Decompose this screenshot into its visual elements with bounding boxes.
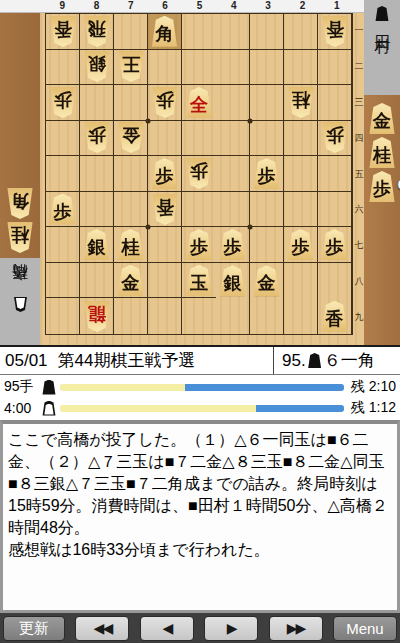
square-4三[interactable] bbox=[216, 85, 250, 121]
rank-label: 七 bbox=[354, 228, 364, 264]
square-5七[interactable]: 歩 bbox=[182, 227, 216, 263]
square-8七[interactable]: 銀 bbox=[80, 227, 114, 263]
rank-labels: 一二三四五六七八九 bbox=[354, 13, 364, 335]
square-1九[interactable]: 香 bbox=[318, 298, 352, 334]
square-2三[interactable]: 桂 bbox=[284, 85, 318, 121]
square-1六[interactable] bbox=[318, 192, 352, 228]
square-8六[interactable] bbox=[80, 192, 114, 228]
square-7五[interactable] bbox=[114, 156, 148, 192]
navigation-bar: 更新 ◀◀ ◀ ▶ ▶▶ Menu bbox=[0, 613, 400, 643]
black-piece-icon bbox=[42, 380, 56, 395]
gote-player-name-block: 高橋 bbox=[10, 291, 31, 312]
shogi-piece-歩[interactable]: 歩 bbox=[185, 229, 213, 260]
hand-piece-金[interactable]: 金 bbox=[368, 103, 396, 134]
square-2八[interactable] bbox=[284, 263, 318, 299]
square-7七[interactable]: 桂 bbox=[114, 227, 148, 263]
gote-panel: 角桂 高橋 bbox=[0, 13, 40, 345]
square-1二[interactable] bbox=[318, 50, 352, 86]
rank-label: 九 bbox=[354, 299, 364, 335]
square-8八[interactable] bbox=[80, 263, 114, 299]
square-2七[interactable]: 歩 bbox=[284, 227, 318, 263]
square-8二[interactable]: 銀 bbox=[80, 50, 114, 86]
square-5二[interactable] bbox=[182, 50, 216, 86]
square-6四[interactable] bbox=[148, 121, 182, 157]
hand-piece-歩[interactable]: 歩6 bbox=[368, 171, 396, 202]
shogi-piece-歩[interactable]: 歩 bbox=[49, 194, 77, 225]
file-label-strip: 987654321 bbox=[0, 0, 364, 13]
square-5三[interactable]: 全 bbox=[182, 85, 216, 121]
white-piece-icon bbox=[42, 401, 56, 416]
square-8五[interactable] bbox=[80, 156, 114, 192]
square-5一[interactable] bbox=[182, 14, 216, 50]
square-5五[interactable]: 歩 bbox=[182, 156, 216, 192]
shogi-piece-香[interactable]: 香 bbox=[49, 16, 77, 47]
shogi-piece-歩[interactable]: 歩 bbox=[83, 122, 111, 153]
shogi-piece-香[interactable]: 香 bbox=[151, 194, 179, 225]
square-6八[interactable] bbox=[148, 263, 182, 299]
shogi-piece-香[interactable]: 香 bbox=[321, 16, 349, 47]
black-time-row: 95手 残 2:10 bbox=[0, 377, 400, 397]
shogi-piece-歩[interactable]: 歩 bbox=[321, 229, 349, 260]
shogi-app: 987654321 角桂 高橋 香飛角香銀王歩歩全桂歩金歩歩歩歩歩香銀桂歩歩歩歩… bbox=[0, 0, 400, 643]
rank-label: 一 bbox=[354, 13, 364, 49]
rank-label: 二 bbox=[354, 49, 364, 85]
hand-piece-桂[interactable]: 桂 bbox=[368, 137, 396, 168]
shogi-piece-歩[interactable]: 歩 bbox=[321, 122, 349, 153]
commentary-text: ここで高橋が投了した。（１）△６一同玉は■６二金、（２）△７三玉は■７二金△８三… bbox=[3, 424, 397, 566]
gote-player-area: 高橋 bbox=[0, 258, 40, 345]
game-date: 05/01 bbox=[5, 351, 48, 371]
square-7三[interactable] bbox=[114, 85, 148, 121]
move-number: 95. bbox=[282, 351, 306, 371]
square-6二[interactable] bbox=[148, 50, 182, 86]
move-text: ６一角 bbox=[324, 349, 375, 372]
time-consumed-segment bbox=[60, 384, 185, 391]
square-3八[interactable]: 金 bbox=[250, 263, 284, 299]
rank-label: 五 bbox=[354, 156, 364, 192]
square-7四[interactable]: 金 bbox=[114, 121, 148, 157]
shogi-board: 香飛角香銀王歩歩全桂歩金歩歩歩歩歩香銀桂歩歩歩歩金玉銀金龍香 一二三四五六七八九 bbox=[40, 13, 364, 345]
square-7六[interactable] bbox=[114, 192, 148, 228]
square-4七[interactable]: 歩 bbox=[216, 227, 250, 263]
menu-button[interactable]: Menu bbox=[333, 616, 397, 641]
black-piece-icon bbox=[308, 353, 322, 368]
time-bar bbox=[60, 405, 344, 412]
square-5九[interactable] bbox=[182, 298, 216, 334]
sente-player-area: 田村 bbox=[364, 0, 400, 95]
square-4五[interactable] bbox=[216, 156, 250, 192]
square-4四[interactable] bbox=[216, 121, 250, 157]
white-piece-icon bbox=[13, 297, 27, 312]
shogi-piece-香[interactable]: 香 bbox=[321, 301, 349, 332]
shogi-piece-金[interactable]: 金 bbox=[117, 265, 145, 296]
event-name: 第44期棋王戦予選 bbox=[58, 349, 196, 372]
shogi-piece-龍[interactable]: 龍 bbox=[83, 301, 111, 332]
hand-piece-桂[interactable]: 桂 bbox=[6, 222, 34, 253]
square-3一[interactable] bbox=[250, 14, 284, 50]
square-7九[interactable] bbox=[114, 298, 148, 334]
black-piece-icon bbox=[375, 6, 389, 21]
file-label: 2 bbox=[285, 0, 319, 13]
rank-label: 四 bbox=[354, 120, 364, 156]
square-1三[interactable] bbox=[318, 85, 352, 121]
square-2二[interactable] bbox=[284, 50, 318, 86]
square-6七[interactable] bbox=[148, 227, 182, 263]
shogi-piece-銀[interactable]: 銀 bbox=[83, 51, 111, 82]
square-9一[interactable]: 香 bbox=[46, 14, 80, 50]
sente-panel: 田村 金桂歩6 bbox=[364, 0, 400, 345]
square-2四[interactable] bbox=[284, 121, 318, 157]
square-4六[interactable] bbox=[216, 192, 250, 228]
first-move-button[interactable]: ◀◀ bbox=[75, 616, 129, 641]
game-info-bar: 05/01 第44期棋王戦予選 95. ６一角 bbox=[0, 345, 400, 375]
square-3四[interactable] bbox=[250, 121, 284, 157]
file-label: 6 bbox=[148, 0, 182, 13]
square-5八[interactable]: 玉 bbox=[182, 263, 216, 299]
shogi-piece-飛[interactable]: 飛 bbox=[83, 16, 111, 47]
gote-captured-tray: 角桂 bbox=[0, 13, 40, 258]
rank-label: 三 bbox=[354, 85, 364, 121]
shogi-piece-歩[interactable]: 歩 bbox=[287, 229, 315, 260]
black-remaining-time: 残 2:10 bbox=[344, 378, 400, 396]
square-3六[interactable] bbox=[250, 192, 284, 228]
shogi-piece-歩[interactable]: 歩 bbox=[151, 158, 179, 189]
shogi-piece-銀[interactable]: 銀 bbox=[83, 229, 111, 260]
square-9八[interactable] bbox=[46, 263, 80, 299]
square-4九[interactable] bbox=[216, 298, 250, 334]
square-2六[interactable] bbox=[284, 192, 318, 228]
file-label: 4 bbox=[217, 0, 251, 13]
square-4一[interactable] bbox=[216, 14, 250, 50]
gote-player-name: 高橋 bbox=[10, 291, 31, 295]
total-time-label: 4:00 bbox=[0, 400, 38, 416]
event-info: 05/01 第44期棋王戦予選 bbox=[0, 349, 273, 372]
square-7八[interactable]: 金 bbox=[114, 263, 148, 299]
square-1一[interactable]: 香 bbox=[318, 14, 352, 50]
shogi-piece-歩[interactable]: 歩 bbox=[49, 87, 77, 118]
time-bar bbox=[60, 384, 344, 391]
time-remaining-segment bbox=[185, 384, 344, 391]
square-2一[interactable] bbox=[284, 14, 318, 50]
sente-player-name-block: 田村 bbox=[372, 6, 393, 27]
square-1四[interactable]: 歩 bbox=[318, 121, 352, 157]
file-label: 1 bbox=[320, 0, 354, 13]
square-3七[interactable] bbox=[250, 227, 284, 263]
square-8一[interactable]: 飛 bbox=[80, 14, 114, 50]
square-9二[interactable] bbox=[46, 50, 80, 86]
square-1八[interactable] bbox=[318, 263, 352, 299]
prev-move-button[interactable]: ◀ bbox=[140, 616, 194, 641]
square-1五[interactable] bbox=[318, 156, 352, 192]
update-button[interactable]: 更新 bbox=[3, 616, 65, 641]
square-8四[interactable]: 歩 bbox=[80, 121, 114, 157]
sente-captured-tray: 金桂歩6 bbox=[364, 95, 400, 345]
shogi-piece-金[interactable]: 金 bbox=[117, 122, 145, 153]
square-9七[interactable] bbox=[46, 227, 80, 263]
shogi-piece-角[interactable]: 角 bbox=[151, 16, 179, 47]
square-3二[interactable] bbox=[250, 50, 284, 86]
square-6一[interactable]: 角 bbox=[148, 14, 182, 50]
square-9五[interactable] bbox=[46, 156, 80, 192]
file-label: 5 bbox=[182, 0, 216, 13]
next-move-button[interactable]: ▶ bbox=[204, 616, 258, 641]
shogi-piece-歩[interactable]: 歩 bbox=[253, 158, 281, 189]
shogi-piece-歩[interactable]: 歩 bbox=[219, 229, 247, 260]
square-3九[interactable] bbox=[250, 298, 284, 334]
square-4八[interactable]: 銀 bbox=[216, 263, 250, 299]
shogi-piece-王[interactable]: 王 bbox=[117, 51, 145, 82]
square-7一[interactable] bbox=[114, 14, 148, 50]
square-9九[interactable] bbox=[46, 298, 80, 334]
square-7二[interactable]: 王 bbox=[114, 50, 148, 86]
square-9六[interactable]: 歩 bbox=[46, 192, 80, 228]
square-6五[interactable]: 歩 bbox=[148, 156, 182, 192]
shogi-piece-金[interactable]: 金 bbox=[253, 265, 281, 296]
square-4二[interactable] bbox=[216, 50, 250, 86]
rank-label: 八 bbox=[354, 263, 364, 299]
shogi-piece-歩[interactable]: 歩 bbox=[151, 87, 179, 118]
file-label: 3 bbox=[251, 0, 285, 13]
square-3三[interactable] bbox=[250, 85, 284, 121]
square-2九[interactable] bbox=[284, 298, 318, 334]
file-label: 8 bbox=[79, 0, 113, 13]
rank-label: 六 bbox=[354, 192, 364, 228]
square-5四[interactable] bbox=[182, 121, 216, 157]
sente-player-name: 田村 bbox=[372, 23, 393, 27]
square-8三[interactable] bbox=[80, 85, 114, 121]
shogi-piece-桂[interactable]: 桂 bbox=[287, 87, 315, 118]
square-5六[interactable] bbox=[182, 192, 216, 228]
time-panel: 95手 残 2:10 4:00 残 1:12 bbox=[0, 375, 400, 420]
move-count-label: 95手 bbox=[0, 378, 38, 396]
shogi-piece-玉[interactable]: 玉 bbox=[185, 265, 213, 296]
last-move-button[interactable]: ▶▶ bbox=[269, 616, 323, 641]
white-remaining-time: 残 1:12 bbox=[344, 399, 400, 417]
file-label: 9 bbox=[45, 0, 79, 13]
square-8九[interactable]: 龍 bbox=[80, 298, 114, 334]
time-remaining-segment bbox=[256, 405, 344, 412]
square-6三[interactable]: 歩 bbox=[148, 85, 182, 121]
time-consumed-segment bbox=[60, 405, 256, 412]
file-label: 7 bbox=[114, 0, 148, 13]
shogi-piece-銀[interactable]: 銀 bbox=[219, 265, 247, 296]
square-3五[interactable]: 歩 bbox=[250, 156, 284, 192]
shogi-piece-桂[interactable]: 桂 bbox=[117, 229, 145, 260]
shogi-piece-歩[interactable]: 歩 bbox=[185, 158, 213, 189]
commentary-panel: ここで高橋が投了した。（１）△６一同玉は■６二金、（２）△７三玉は■７二金△８三… bbox=[0, 420, 400, 613]
last-move-display: 95. ６一角 bbox=[273, 347, 400, 374]
square-9四[interactable] bbox=[46, 121, 80, 157]
square-1七[interactable]: 歩 bbox=[318, 227, 352, 263]
square-9三[interactable]: 歩 bbox=[46, 85, 80, 121]
white-time-row: 4:00 残 1:12 bbox=[0, 398, 400, 418]
board-grid: 香飛角香銀王歩歩全桂歩金歩歩歩歩歩香銀桂歩歩歩歩金玉銀金龍香 bbox=[45, 13, 353, 335]
square-2五[interactable] bbox=[284, 156, 318, 192]
shogi-piece-全[interactable]: 全 bbox=[185, 87, 213, 118]
file-labels: 987654321 bbox=[45, 0, 354, 13]
square-6九[interactable] bbox=[148, 298, 182, 334]
square-6六[interactable]: 香 bbox=[148, 192, 182, 228]
hand-piece-角[interactable]: 角 bbox=[6, 188, 34, 219]
